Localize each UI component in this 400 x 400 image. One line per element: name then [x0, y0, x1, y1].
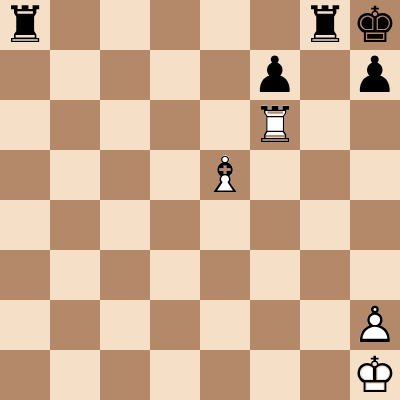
square-a1[interactable] [0, 350, 50, 400]
piece-black-rook[interactable]: ♜ [300, 0, 350, 50]
square-c4[interactable] [100, 200, 150, 250]
pawn-outline-layer: ♙ [350, 300, 400, 350]
square-e8[interactable] [200, 0, 250, 50]
piece-black-pawn[interactable]: ♟ [350, 50, 400, 100]
square-h3[interactable] [350, 250, 400, 300]
square-g7[interactable] [300, 50, 350, 100]
rook-outline-layer: ♖ [250, 100, 300, 150]
square-c2[interactable] [100, 300, 150, 350]
square-b2[interactable] [50, 300, 100, 350]
square-g2[interactable] [300, 300, 350, 350]
square-d5[interactable] [150, 150, 200, 200]
piece-white-pawn[interactable]: ♟♙ [350, 300, 400, 350]
bishop-outline-layer: ♗ [200, 150, 250, 200]
square-g8[interactable]: ♜ [300, 0, 350, 50]
rook-solid-layer: ♜ [300, 0, 350, 50]
square-b5[interactable] [50, 150, 100, 200]
square-h2[interactable]: ♟♙ [350, 300, 400, 350]
square-c3[interactable] [100, 250, 150, 300]
square-e1[interactable] [200, 350, 250, 400]
square-b1[interactable] [50, 350, 100, 400]
piece-white-king[interactable]: ♚♔ [350, 350, 400, 400]
square-b6[interactable] [50, 100, 100, 150]
square-d4[interactable] [150, 200, 200, 250]
square-f5[interactable] [250, 150, 300, 200]
square-c1[interactable] [100, 350, 150, 400]
square-d8[interactable] [150, 0, 200, 50]
square-b3[interactable] [50, 250, 100, 300]
square-b8[interactable] [50, 0, 100, 50]
square-h5[interactable] [350, 150, 400, 200]
square-e3[interactable] [200, 250, 250, 300]
pawn-solid-layer: ♟ [350, 50, 400, 100]
square-a6[interactable] [0, 100, 50, 150]
square-e6[interactable] [200, 100, 250, 150]
square-g1[interactable] [300, 350, 350, 400]
square-a3[interactable] [0, 250, 50, 300]
square-a5[interactable] [0, 150, 50, 200]
square-d3[interactable] [150, 250, 200, 300]
square-f8[interactable] [250, 0, 300, 50]
king-solid-layer: ♚ [350, 0, 400, 50]
square-c8[interactable] [100, 0, 150, 50]
square-f2[interactable] [250, 300, 300, 350]
square-a2[interactable] [0, 300, 50, 350]
square-f1[interactable] [250, 350, 300, 400]
square-c5[interactable] [100, 150, 150, 200]
square-h6[interactable] [350, 100, 400, 150]
square-g6[interactable] [300, 100, 350, 150]
square-e4[interactable] [200, 200, 250, 250]
square-g4[interactable] [300, 200, 350, 250]
square-e7[interactable] [200, 50, 250, 100]
piece-white-bishop[interactable]: ♝♗ [200, 150, 250, 200]
rook-solid-layer: ♜ [0, 0, 50, 50]
piece-white-rook[interactable]: ♜♖ [250, 100, 300, 150]
chess-board: ♜♜♚♟♟♜♖♝♗♟♙♚♔ [0, 0, 400, 400]
square-b4[interactable] [50, 200, 100, 250]
piece-black-king[interactable]: ♚ [350, 0, 400, 50]
square-h4[interactable] [350, 200, 400, 250]
square-h8[interactable]: ♚ [350, 0, 400, 50]
square-f4[interactable] [250, 200, 300, 250]
piece-black-rook[interactable]: ♜ [0, 0, 50, 50]
square-e2[interactable] [200, 300, 250, 350]
square-h7[interactable]: ♟ [350, 50, 400, 100]
square-d1[interactable] [150, 350, 200, 400]
square-b7[interactable] [50, 50, 100, 100]
square-d2[interactable] [150, 300, 200, 350]
square-g3[interactable] [300, 250, 350, 300]
king-outline-layer: ♔ [350, 350, 400, 400]
square-d6[interactable] [150, 100, 200, 150]
square-a7[interactable] [0, 50, 50, 100]
square-f6[interactable]: ♜♖ [250, 100, 300, 150]
square-a8[interactable]: ♜ [0, 0, 50, 50]
square-a4[interactable] [0, 200, 50, 250]
pawn-solid-layer: ♟ [250, 50, 300, 100]
square-c7[interactable] [100, 50, 150, 100]
square-f7[interactable]: ♟ [250, 50, 300, 100]
square-g5[interactable] [300, 150, 350, 200]
square-f3[interactable] [250, 250, 300, 300]
square-e5[interactable]: ♝♗ [200, 150, 250, 200]
square-d7[interactable] [150, 50, 200, 100]
square-h1[interactable]: ♚♔ [350, 350, 400, 400]
square-c6[interactable] [100, 100, 150, 150]
piece-black-pawn[interactable]: ♟ [250, 50, 300, 100]
